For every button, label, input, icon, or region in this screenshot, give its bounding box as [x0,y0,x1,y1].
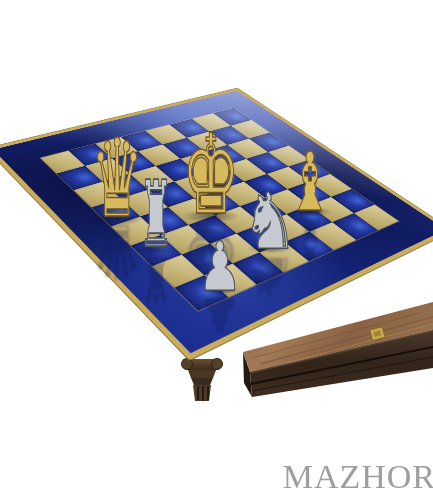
watermark: MAZHOR [283,458,433,496]
gold-queen: ♛ [91,124,143,232]
pieces-layer: ♛♛♜♜♚♚♟♟♞♞♝♝ [0,0,433,498]
silver-pawn: ♟ [198,233,242,301]
gold-bishop: ♝ [288,142,332,223]
product-photo: ♛♛♜♜♚♚♟♟♞♞♝♝ MAZHOR [0,0,433,498]
gold-king: ♚ [182,119,240,229]
silver-rook: ♜ [139,169,173,261]
